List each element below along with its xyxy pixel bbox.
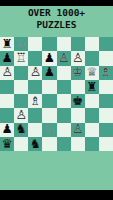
- square-a7[interactable]: ♟: [0, 51, 14, 65]
- square-g2[interactable]: [85, 123, 99, 137]
- square-f3[interactable]: [71, 108, 85, 122]
- square-a8[interactable]: ♜: [0, 37, 14, 51]
- bottom-black-bar: [0, 190, 113, 200]
- square-c7[interactable]: [28, 51, 42, 65]
- promo-title-line2: PUZZLES: [0, 19, 113, 31]
- square-e1[interactable]: [57, 137, 71, 151]
- square-h4[interactable]: [99, 94, 113, 108]
- square-g1[interactable]: [85, 137, 99, 151]
- square-b3[interactable]: ♙: [14, 108, 28, 122]
- square-b5[interactable]: [14, 80, 28, 94]
- square-h7[interactable]: [99, 51, 113, 65]
- piece-black-pawn: ♟: [44, 52, 55, 65]
- square-g6[interactable]: ♕: [85, 66, 99, 80]
- square-c6[interactable]: ♙: [28, 66, 42, 80]
- square-b4[interactable]: [14, 94, 28, 108]
- promo-title-line1: OVER 1000+: [0, 7, 113, 19]
- piece-white-queen: ♕: [86, 66, 97, 79]
- square-a6[interactable]: ♙: [0, 66, 14, 80]
- square-c1[interactable]: ♞: [28, 137, 42, 151]
- square-e2[interactable]: [57, 123, 71, 137]
- square-h1[interactable]: [99, 137, 113, 151]
- square-b1[interactable]: [14, 137, 28, 151]
- square-e5[interactable]: [57, 80, 71, 94]
- square-c3[interactable]: [28, 108, 42, 122]
- piece-black-queen: ♛: [1, 137, 12, 150]
- piece-white-pawn: ♙: [58, 52, 69, 65]
- square-h5[interactable]: [99, 80, 113, 94]
- piece-black-king: ♚: [72, 94, 83, 107]
- piece-white-king: ♔: [72, 66, 83, 79]
- piece-white-rook: ♖: [16, 52, 27, 65]
- square-a1[interactable]: ♛: [0, 137, 14, 151]
- square-d1[interactable]: [42, 137, 56, 151]
- square-d5[interactable]: [42, 80, 56, 94]
- piece-black-rook: ♜: [1, 37, 12, 50]
- square-g3[interactable]: [85, 108, 99, 122]
- square-g4[interactable]: [85, 94, 99, 108]
- square-h2[interactable]: [99, 123, 113, 137]
- chess-board[interactable]: ♜♘♟♖♟♙♙♙♙♟♔♕♗♜♗♚♙♟♞♘♙♛♞: [0, 37, 113, 151]
- square-c5[interactable]: [28, 80, 42, 94]
- square-d2[interactable]: ♘: [42, 123, 56, 137]
- square-e7[interactable]: ♙: [57, 51, 71, 65]
- piece-white-knight: ♘: [44, 123, 55, 136]
- piece-white-bishop: ♗: [30, 94, 41, 107]
- square-e6[interactable]: [57, 66, 71, 80]
- square-d8[interactable]: [42, 37, 56, 51]
- piece-white-pawn: ♙: [30, 66, 41, 79]
- piece-white-pawn: ♙: [72, 52, 83, 65]
- square-a3[interactable]: [0, 108, 14, 122]
- square-b8[interactable]: ♘: [14, 37, 28, 51]
- square-g5[interactable]: ♜: [85, 80, 99, 94]
- piece-white-pawn: ♙: [16, 109, 27, 122]
- square-d3[interactable]: [42, 108, 56, 122]
- square-f6[interactable]: ♔: [71, 66, 85, 80]
- promo-title: OVER 1000+ PUZZLES: [0, 7, 113, 31]
- square-f2[interactable]: ♙: [71, 123, 85, 137]
- square-b6[interactable]: [14, 66, 28, 80]
- square-d6[interactable]: ♟: [42, 66, 56, 80]
- top-black-bar: [0, 0, 113, 6]
- piece-black-knight: ♞: [16, 123, 27, 136]
- piece-white-bishop: ♗: [100, 66, 111, 79]
- piece-black-pawn: ♟: [1, 52, 12, 65]
- square-f7[interactable]: ♙: [71, 51, 85, 65]
- square-a4[interactable]: [0, 94, 14, 108]
- square-c2[interactable]: [28, 123, 42, 137]
- piece-white-pawn: ♙: [72, 123, 83, 136]
- square-c4[interactable]: ♗: [28, 94, 42, 108]
- square-e3[interactable]: [57, 108, 71, 122]
- piece-black-pawn: ♟: [1, 123, 12, 136]
- square-h8[interactable]: [99, 37, 113, 51]
- square-b7[interactable]: ♖: [14, 51, 28, 65]
- piece-white-knight: ♘: [16, 37, 27, 50]
- square-h6[interactable]: ♗: [99, 66, 113, 80]
- square-d7[interactable]: ♟: [42, 51, 56, 65]
- square-c8[interactable]: [28, 37, 42, 51]
- square-f8[interactable]: [71, 37, 85, 51]
- square-f5[interactable]: [71, 80, 85, 94]
- square-a5[interactable]: [0, 80, 14, 94]
- square-a2[interactable]: ♟: [0, 123, 14, 137]
- square-f1[interactable]: [71, 137, 85, 151]
- app-promo-screenshot: OVER 1000+ PUZZLES ♜♘♟♖♟♙♙♙♙♟♔♕♗♜♗♚♙♟♞♘♙…: [0, 0, 113, 200]
- square-h3[interactable]: [99, 108, 113, 122]
- piece-black-pawn: ♟: [44, 66, 55, 79]
- piece-white-pawn: ♙: [1, 66, 12, 79]
- square-g7[interactable]: [85, 51, 99, 65]
- square-g8[interactable]: [85, 37, 99, 51]
- piece-black-knight: ♞: [30, 137, 41, 150]
- square-b2[interactable]: ♞: [14, 123, 28, 137]
- square-e4[interactable]: [57, 94, 71, 108]
- square-e8[interactable]: [57, 37, 71, 51]
- square-f4[interactable]: ♚: [71, 94, 85, 108]
- piece-black-rook: ♜: [86, 80, 97, 93]
- square-d4[interactable]: [42, 94, 56, 108]
